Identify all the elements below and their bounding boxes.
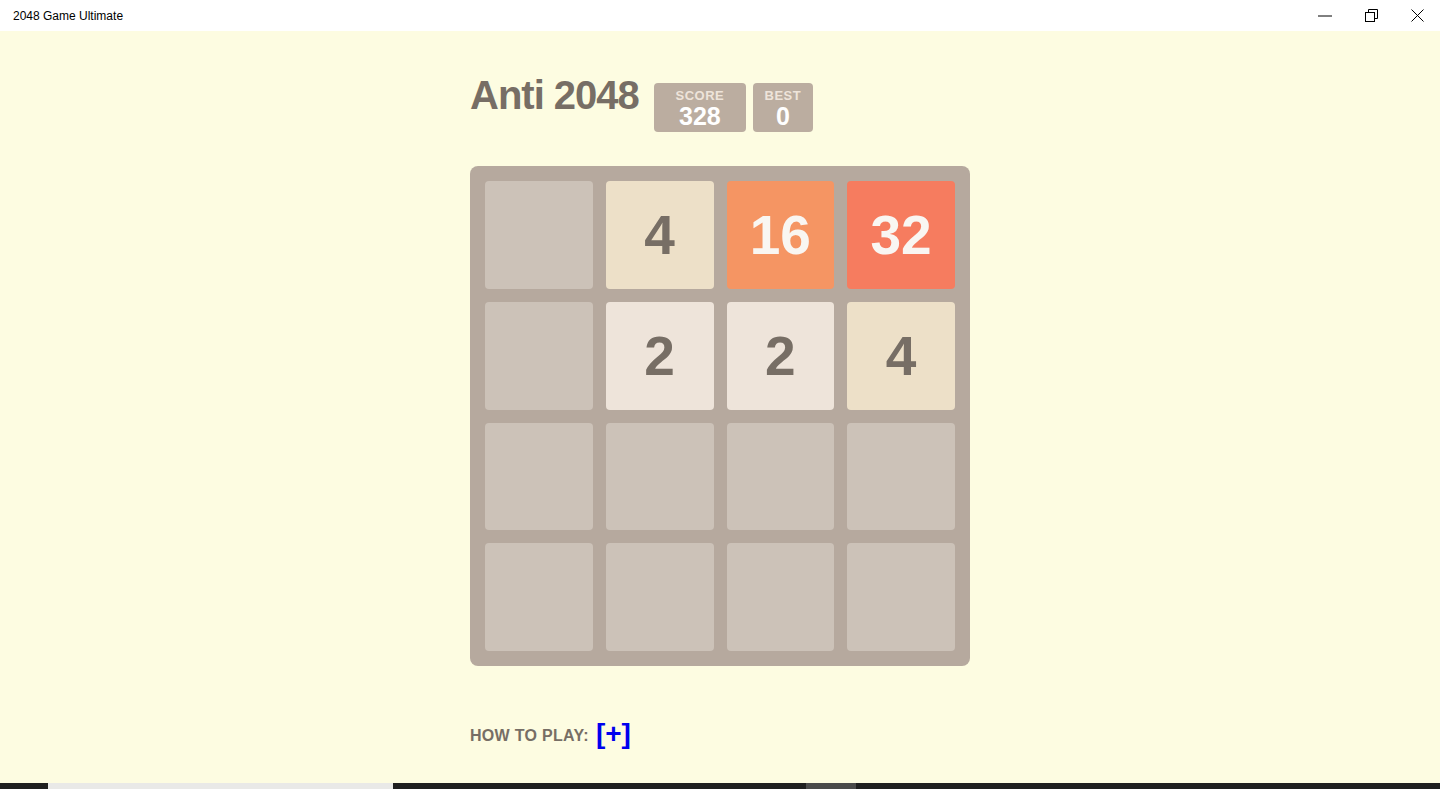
how-to-play-toggle[interactable]: [+]: [596, 720, 631, 748]
tile-2-r1c1: 2: [606, 302, 714, 410]
close-icon: [1411, 9, 1424, 22]
restore-icon: [1365, 9, 1378, 22]
empty-cell-r2c1: [606, 423, 714, 531]
empty-cell-r3c1: [606, 543, 714, 651]
empty-cell-r3c3: [847, 543, 955, 651]
tile-4-r0c1: 4: [606, 181, 714, 289]
window-controls: [1302, 0, 1440, 31]
tile-16-r0c2: 16: [727, 181, 835, 289]
score-box: SCORE 328: [654, 83, 746, 132]
restore-button[interactable]: [1348, 0, 1394, 31]
score-label: SCORE: [654, 88, 746, 103]
window-titlebar: 2048 Game Ultimate: [0, 0, 1440, 31]
scrollbar-thumb[interactable]: [48, 783, 393, 789]
app-background: Anti 2048 SCORE 328 BEST 0 41632224 HOW …: [0, 31, 1440, 783]
empty-cell-r1c0: [485, 302, 593, 410]
how-to-play-row: HOW TO PLAY: [+]: [470, 722, 970, 750]
best-box: BEST 0: [753, 83, 813, 132]
empty-cell-r0c0: [485, 181, 593, 289]
minimize-button[interactable]: [1302, 0, 1348, 31]
tile-2-r1c2: 2: [727, 302, 835, 410]
close-button[interactable]: [1394, 0, 1440, 31]
minimize-icon: [1318, 15, 1332, 17]
bottom-scrollbar[interactable]: [0, 783, 1440, 789]
how-to-play-label: HOW TO PLAY:: [470, 727, 589, 745]
scrollbar-secondary-thumb: [806, 783, 856, 789]
tile-4-r1c3: 4: [847, 302, 955, 410]
game-header: Anti 2048 SCORE 328 BEST 0: [470, 31, 970, 132]
score-panel: SCORE 328 BEST 0: [654, 83, 813, 132]
tile-32-r0c3: 32: [847, 181, 955, 289]
empty-cell-r2c3: [847, 423, 955, 531]
best-value: 0: [753, 103, 813, 130]
empty-cell-r2c0: [485, 423, 593, 531]
empty-cell-r3c2: [727, 543, 835, 651]
best-label: BEST: [753, 88, 813, 103]
game-board[interactable]: 41632224: [470, 166, 970, 666]
empty-cell-r3c0: [485, 543, 593, 651]
page-title: Anti 2048: [470, 75, 639, 115]
game-container: Anti 2048 SCORE 328 BEST 0 41632224 HOW …: [470, 31, 970, 750]
window-title: 2048 Game Ultimate: [0, 9, 1302, 23]
empty-cell-r2c2: [727, 423, 835, 531]
score-value: 328: [654, 103, 746, 130]
